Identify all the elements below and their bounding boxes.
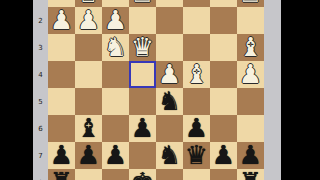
square-d2[interactable] [156, 7, 183, 34]
square-a6[interactable] [237, 115, 264, 142]
square-a4[interactable]: ♟ [237, 61, 264, 88]
white-knight: ♞ [104, 34, 127, 61]
rank-label-8: 8 [33, 169, 48, 180]
square-g2[interactable]: ♟ [75, 7, 102, 34]
square-d1[interactable] [156, 0, 183, 7]
square-e7[interactable] [129, 142, 156, 169]
square-b8[interactable] [210, 169, 237, 180]
square-h8[interactable]: ♜ [48, 169, 75, 180]
square-d6[interactable] [156, 115, 183, 142]
square-b1[interactable] [210, 0, 237, 7]
square-b7[interactable]: ♟ [210, 142, 237, 169]
white-pawn: ♟ [50, 7, 73, 34]
square-a5[interactable] [237, 88, 264, 115]
square-a7[interactable]: ♟ [237, 142, 264, 169]
square-h3[interactable] [48, 34, 75, 61]
square-a3[interactable]: ♝ [237, 34, 264, 61]
chess-board: ♚♜♜♟♟♟♞♛♝♟♝♟♞♝♟♟♟♟♟♞♛♟♟♜♚♜ [48, 0, 264, 180]
square-h5[interactable] [48, 88, 75, 115]
chess-diagram: 12345678 ♚♜♜♟♟♟♞♛♝♟♝♟♞♝♟♟♟♟♟♞♛♟♟♜♚♜ [0, 0, 320, 180]
square-f6[interactable] [102, 115, 129, 142]
white-rook: ♜ [131, 0, 154, 7]
square-e5[interactable] [129, 88, 156, 115]
black-knight: ♞ [158, 88, 181, 115]
square-d7[interactable]: ♞ [156, 142, 183, 169]
square-g8[interactable] [75, 169, 102, 180]
white-rook: ♜ [239, 0, 262, 7]
white-pawn: ♟ [77, 7, 100, 34]
square-f4[interactable] [102, 61, 129, 88]
black-pawn: ♟ [77, 142, 100, 169]
black-queen: ♛ [185, 142, 208, 169]
white-queen: ♛ [131, 34, 154, 61]
rank-label-6: 6 [33, 115, 48, 142]
square-b5[interactable] [210, 88, 237, 115]
black-pawn: ♟ [185, 115, 208, 142]
white-bishop: ♝ [239, 34, 262, 61]
square-a1[interactable]: ♜ [237, 0, 264, 7]
square-c5[interactable] [183, 88, 210, 115]
square-e8[interactable]: ♚ [129, 169, 156, 180]
square-f8[interactable] [102, 169, 129, 180]
square-h4[interactable] [48, 61, 75, 88]
square-e2[interactable] [129, 7, 156, 34]
rank-label-4: 4 [33, 61, 48, 88]
square-g3[interactable] [75, 34, 102, 61]
square-b6[interactable] [210, 115, 237, 142]
square-h6[interactable] [48, 115, 75, 142]
black-pawn: ♟ [104, 142, 127, 169]
square-e6[interactable]: ♟ [129, 115, 156, 142]
black-rook: ♜ [50, 169, 73, 180]
square-b4[interactable] [210, 61, 237, 88]
square-g6[interactable]: ♝ [75, 115, 102, 142]
square-c3[interactable] [183, 34, 210, 61]
rank-label-3: 3 [33, 34, 48, 61]
white-pawn: ♟ [158, 61, 181, 88]
square-f7[interactable]: ♟ [102, 142, 129, 169]
rank-label-2: 2 [33, 7, 48, 34]
rank-label-7: 7 [33, 142, 48, 169]
square-d8[interactable] [156, 169, 183, 180]
square-d5[interactable]: ♞ [156, 88, 183, 115]
square-b3[interactable] [210, 34, 237, 61]
square-g4[interactable] [75, 61, 102, 88]
square-e4[interactable] [129, 61, 156, 88]
white-pawn: ♟ [104, 7, 127, 34]
square-f2[interactable]: ♟ [102, 7, 129, 34]
square-a8[interactable]: ♜ [237, 169, 264, 180]
square-c7[interactable]: ♛ [183, 142, 210, 169]
square-b2[interactable] [210, 7, 237, 34]
black-rook: ♜ [239, 169, 262, 180]
square-a2[interactable] [237, 7, 264, 34]
white-bishop: ♝ [185, 61, 208, 88]
square-c1[interactable] [183, 0, 210, 7]
black-knight: ♞ [158, 142, 181, 169]
square-c8[interactable] [183, 169, 210, 180]
square-g5[interactable] [75, 88, 102, 115]
square-c2[interactable] [183, 7, 210, 34]
square-f3[interactable]: ♞ [102, 34, 129, 61]
black-pawn: ♟ [50, 142, 73, 169]
square-f5[interactable] [102, 88, 129, 115]
square-e3[interactable]: ♛ [129, 34, 156, 61]
square-h7[interactable]: ♟ [48, 142, 75, 169]
black-pawn: ♟ [131, 115, 154, 142]
square-c6[interactable]: ♟ [183, 115, 210, 142]
black-bishop: ♝ [77, 115, 100, 142]
rank-label-5: 5 [33, 88, 48, 115]
square-e1[interactable]: ♜ [129, 0, 156, 7]
black-king: ♚ [131, 169, 154, 180]
square-d3[interactable] [156, 34, 183, 61]
square-c4[interactable]: ♝ [183, 61, 210, 88]
black-pawn: ♟ [212, 142, 235, 169]
rank-labels: 12345678 [33, 0, 48, 180]
black-pawn: ♟ [239, 142, 262, 169]
white-pawn: ♟ [239, 61, 262, 88]
square-d4[interactable]: ♟ [156, 61, 183, 88]
square-g7[interactable]: ♟ [75, 142, 102, 169]
rank-label-1: 1 [33, 0, 48, 7]
square-h2[interactable]: ♟ [48, 7, 75, 34]
